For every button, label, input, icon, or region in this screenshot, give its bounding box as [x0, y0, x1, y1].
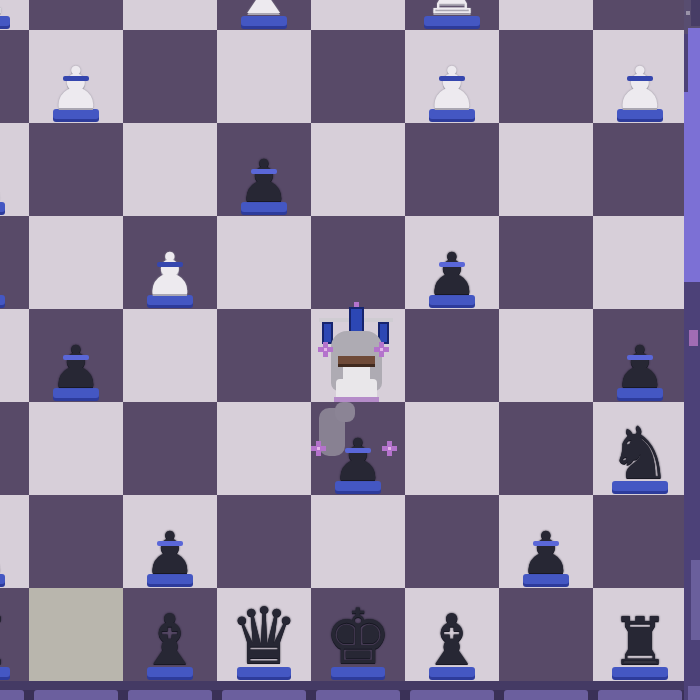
black-pawn-c2[interactable]: ♟: [123, 495, 217, 588]
square-e7[interactable]: [311, 30, 405, 123]
bishop-glyph: ♝: [139, 605, 202, 675]
square-h6[interactable]: [593, 123, 684, 216]
square-d3[interactable]: [217, 402, 311, 495]
robe-icon: [336, 379, 377, 399]
white-pawn-f7[interactable]: ♟: [405, 30, 499, 123]
square-h4[interactable]: ♟: [593, 309, 684, 402]
pawn-glyph: ♟: [520, 524, 572, 582]
square-g4[interactable]: [499, 309, 593, 402]
white-bishop-d8-clipped[interactable]: ♝: [217, 0, 311, 30]
black-bishop-c1[interactable]: ♝: [123, 588, 217, 681]
square-e2[interactable]: [311, 495, 405, 588]
square-f5[interactable]: ♟: [405, 216, 499, 309]
square-d4[interactable]: [217, 309, 311, 402]
square-a4[interactable]: [0, 309, 29, 402]
square-d7[interactable]: [217, 30, 311, 123]
visor-band-icon: [345, 448, 371, 453]
sparkle-icon: [316, 446, 321, 451]
white-rook-f8-clipped[interactable]: ♜: [405, 0, 499, 30]
game-screen: ♜♝♜♟♟♟♟♟♝♟♟♟♟♟♞♟♟♟♜♝♛♚♝♜: [0, 0, 700, 700]
pawn-glyph: ♟: [332, 431, 384, 489]
background-pink-fragment: [689, 330, 698, 346]
white-king-sprite: [311, 309, 405, 402]
square-f4[interactable]: [405, 309, 499, 402]
board-face-segment-g: [504, 690, 588, 700]
square-a3[interactable]: [0, 402, 29, 495]
square-a1[interactable]: ♜: [0, 588, 29, 681]
square-f1[interactable]: ♝: [405, 588, 499, 681]
board-face-segment-a: [0, 690, 24, 700]
sparkle-icon: [323, 347, 328, 352]
sparkle-icon: [387, 446, 392, 451]
square-g8[interactable]: [499, 0, 593, 30]
pawn-glyph: ♟: [50, 338, 102, 396]
background-bottom-wedge: [688, 686, 700, 700]
visor-band-icon: [251, 169, 277, 174]
white-pawn-h7[interactable]: ♟: [593, 30, 684, 123]
board-face-segment-d: [222, 690, 306, 700]
visor-band-icon: [63, 355, 89, 360]
square-h7[interactable]: ♟: [593, 30, 684, 123]
pawn-glyph: ♟: [426, 59, 478, 117]
square-e8[interactable]: [311, 0, 405, 30]
visor-band-icon: [63, 76, 89, 81]
black-pawn-a2-clipped[interactable]: ♟: [0, 495, 29, 588]
square-c4[interactable]: [123, 309, 217, 402]
black-knight-h3[interactable]: ♞: [593, 402, 684, 495]
square-b6[interactable]: [29, 123, 123, 216]
square-f3[interactable]: [405, 402, 499, 495]
square-e3[interactable]: ♟: [311, 402, 405, 495]
square-c8[interactable]: [123, 0, 217, 30]
black-pawn-f5[interactable]: ♟: [405, 216, 499, 309]
black-rook-h1[interactable]: ♜: [593, 588, 684, 681]
square-c5[interactable]: ♟: [123, 216, 217, 309]
pawn-glyph: ♟: [0, 524, 8, 582]
square-h1[interactable]: ♜: [593, 588, 684, 681]
white-king-e4[interactable]: [311, 309, 405, 402]
pawn-glyph: ♟: [144, 524, 196, 582]
square-b2[interactable]: [29, 495, 123, 588]
board-face-segment-f: [410, 690, 494, 700]
black-pawn-d6[interactable]: ♟: [217, 123, 311, 216]
square-g3[interactable]: [499, 402, 593, 495]
board-face-segment-c: [128, 690, 212, 700]
visor-band-icon: [439, 76, 465, 81]
square-c1[interactable]: ♝: [123, 588, 217, 681]
pawn-glyph: ♟: [0, 152, 8, 210]
white-rook-a8-clipped[interactable]: ♜: [0, 0, 29, 30]
rook-glyph: ♜: [0, 609, 12, 675]
board-face-segment-b: [34, 690, 118, 700]
white-pawn-c5[interactable]: ♟: [123, 216, 217, 309]
board-grid: ♜♝♜♟♟♟♟♟♝♟♟♟♟♟♞♟♟♟♜♝♛♚♝♜: [0, 0, 684, 681]
sparkle-icon: [379, 347, 384, 352]
chess-board: ♜♝♜♟♟♟♟♟♝♟♟♟♟♟♞♟♟♟♜♝♛♚♝♜: [0, 0, 684, 681]
square-d2[interactable]: [217, 495, 311, 588]
square-a2[interactable]: ♟: [0, 495, 29, 588]
queen-glyph: ♛: [229, 597, 299, 675]
board-front-faces: [0, 690, 684, 700]
square-e1[interactable]: ♚: [311, 588, 405, 681]
bishop-glyph: ♝: [0, 233, 13, 303]
pawn-glyph: ♟: [614, 338, 666, 396]
square-h5[interactable]: [593, 216, 684, 309]
square-c7[interactable]: [123, 30, 217, 123]
square-d1[interactable]: ♛: [217, 588, 311, 681]
black-pawn-h4[interactable]: ♟: [593, 309, 684, 402]
black-pawn-e3[interactable]: ♟: [311, 402, 405, 495]
rook-glyph: ♜: [610, 609, 669, 675]
visor-band-icon: [439, 262, 465, 267]
square-b3[interactable]: [29, 402, 123, 495]
visor-band-icon: [157, 541, 183, 546]
crown-gem-icon: [354, 302, 359, 307]
background-dot: [686, 11, 690, 15]
visor-band-icon: [157, 262, 183, 267]
black-king-e1[interactable]: ♚: [311, 588, 405, 681]
square-c6[interactable]: [123, 123, 217, 216]
pawn-glyph: ♟: [144, 245, 196, 303]
robe-trim-icon: [334, 397, 379, 402]
square-a5[interactable]: ♝: [0, 216, 29, 309]
square-f2[interactable]: [405, 495, 499, 588]
square-g2[interactable]: ♟: [499, 495, 593, 588]
black-queen-d1[interactable]: ♛: [217, 588, 311, 681]
background-bright-purple-2: [684, 92, 690, 282]
square-a6[interactable]: ♟: [0, 123, 29, 216]
square-e5[interactable]: [311, 216, 405, 309]
square-h8[interactable]: [593, 0, 684, 30]
visor-band-icon: [533, 541, 559, 546]
square-b1[interactable]: [29, 588, 123, 681]
square-g5[interactable]: [499, 216, 593, 309]
board-face-segment-e: [316, 690, 400, 700]
black-pawn-b4[interactable]: ♟: [29, 309, 123, 402]
visor-band-icon: [627, 355, 653, 360]
king-glyph: ♚: [324, 599, 392, 675]
smoke-icon: [335, 402, 355, 422]
square-b5[interactable]: [29, 216, 123, 309]
square-e6[interactable]: [311, 123, 405, 216]
pawn-glyph: ♟: [238, 152, 290, 210]
square-a7[interactable]: [0, 30, 29, 123]
black-pawn-g2[interactable]: ♟: [499, 495, 593, 588]
square-h3[interactable]: ♞: [593, 402, 684, 495]
square-f8[interactable]: ♜: [405, 0, 499, 30]
square-e4[interactable]: [311, 309, 405, 402]
bishop-glyph: ♝: [421, 605, 484, 675]
bishop-glyph: ♝: [233, 0, 296, 24]
square-d5[interactable]: [217, 216, 311, 309]
background-piece-shadow: [691, 0, 700, 26]
rook-glyph: ♜: [422, 0, 481, 24]
white-bishop-a5-clipped[interactable]: ♝: [0, 216, 29, 309]
sunglasses-icon: [338, 356, 375, 367]
square-a8[interactable]: ♜: [0, 0, 29, 30]
square-h2[interactable]: [593, 495, 684, 588]
visor-band-icon: [627, 76, 653, 81]
square-b7[interactable]: ♟: [29, 30, 123, 123]
white-pawn-b7[interactable]: ♟: [29, 30, 123, 123]
white-pawn-a6-clipped[interactable]: ♟: [0, 123, 29, 216]
square-c3[interactable]: [123, 402, 217, 495]
square-g7[interactable]: [499, 30, 593, 123]
knight-glyph: ♞: [608, 417, 673, 489]
black-bishop-f1[interactable]: ♝: [405, 588, 499, 681]
pawn-glyph: ♟: [614, 59, 666, 117]
rook-glyph: ♜: [0, 0, 12, 24]
pawn-glyph: ♟: [426, 245, 478, 303]
square-f6[interactable]: [405, 123, 499, 216]
square-b8[interactable]: [29, 0, 123, 30]
pawn-glyph: ♟: [50, 59, 102, 117]
square-g6[interactable]: [499, 123, 593, 216]
square-d8[interactable]: ♝: [217, 0, 311, 30]
square-b4[interactable]: ♟: [29, 309, 123, 402]
black-rook-a1-clipped[interactable]: ♜: [0, 588, 29, 681]
background-light-wedge: [691, 560, 700, 640]
square-c2[interactable]: ♟: [123, 495, 217, 588]
square-f7[interactable]: ♟: [405, 30, 499, 123]
square-d6[interactable]: ♟: [217, 123, 311, 216]
square-g1[interactable]: [499, 588, 593, 681]
board-face-segment-h: [598, 690, 682, 700]
